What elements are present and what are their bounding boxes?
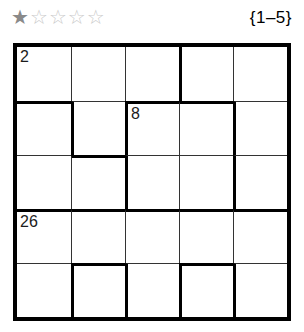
- difficulty-star-empty-icon: ☆: [68, 6, 87, 28]
- cell-r1c4[interactable]: [233, 101, 287, 155]
- cell-r1c3[interactable]: [179, 101, 233, 155]
- cell-r2c3[interactable]: [179, 155, 233, 209]
- cell-r4c2[interactable]: [125, 263, 179, 317]
- cell-r0c3[interactable]: [179, 47, 233, 101]
- difficulty-star-filled-icon: ★: [11, 6, 30, 28]
- difficulty-star-empty-icon: ☆: [87, 6, 106, 28]
- cell-r2c0[interactable]: [17, 155, 71, 209]
- cell-r0c0[interactable]: 2: [17, 47, 71, 101]
- cell-r4c3[interactable]: [179, 263, 233, 317]
- cell-r3c4[interactable]: [233, 209, 287, 263]
- cell-r1c2[interactable]: 8: [125, 101, 179, 155]
- difficulty-star-empty-icon: ☆: [49, 6, 68, 28]
- cell-r0c2[interactable]: [125, 47, 179, 101]
- cell-r3c2[interactable]: [125, 209, 179, 263]
- difficulty-star-empty-icon: ☆: [30, 6, 49, 28]
- cell-r0c1[interactable]: [71, 47, 125, 101]
- cell-r4c4[interactable]: [233, 263, 287, 317]
- cell-r3c0[interactable]: 26: [17, 209, 71, 263]
- cage-clue: 8: [131, 105, 140, 123]
- cell-r1c0[interactable]: [17, 101, 71, 155]
- cell-r0c4[interactable]: [233, 47, 287, 101]
- cell-r4c0[interactable]: [17, 263, 71, 317]
- cell-r2c4[interactable]: [233, 155, 287, 209]
- cell-r1c1[interactable]: [71, 101, 125, 155]
- puzzle-page: ★☆☆☆☆ {1–5} 2826: [0, 0, 304, 332]
- cell-r3c1[interactable]: [71, 209, 125, 263]
- cage-clue: 26: [20, 213, 38, 231]
- cell-r2c1[interactable]: [71, 155, 125, 209]
- number-range-label: {1–5}: [250, 8, 292, 28]
- cage-clue: 2: [20, 48, 29, 66]
- cell-r2c2[interactable]: [125, 155, 179, 209]
- difficulty-rating: ★☆☆☆☆: [11, 5, 106, 29]
- puzzle-grid: 2826: [13, 43, 291, 321]
- cell-r3c3[interactable]: [179, 209, 233, 263]
- cell-r4c1[interactable]: [71, 263, 125, 317]
